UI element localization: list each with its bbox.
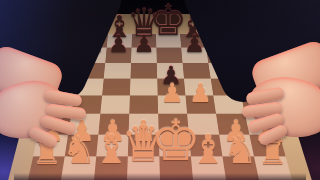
chess-photo-stage: ♜♞♝♛♚♝♞♜♟♟♟♟♟♟♟♟♟♟♟♟♟♟♟♟♜♞♝♛♚♝♞♜ bbox=[0, 0, 320, 180]
square-d6[interactable] bbox=[130, 62, 157, 78]
board-front-edge-shadow bbox=[14, 173, 306, 180]
piece-black-pawn-c7[interactable]: ♟ bbox=[108, 32, 130, 56]
piece-white-knight-g1[interactable]: ♞ bbox=[223, 131, 257, 169]
square-d5[interactable] bbox=[130, 78, 158, 95]
piece-white-pawn-f4[interactable]: ♟ bbox=[189, 80, 212, 106]
piece-white-pawn-e4[interactable]: ♟ bbox=[160, 80, 183, 106]
piece-white-knight-b1[interactable]: ♞ bbox=[62, 131, 96, 169]
piece-black-pawn-d7[interactable]: ♟ bbox=[133, 32, 155, 56]
square-c6[interactable] bbox=[104, 62, 131, 78]
square-c5[interactable] bbox=[102, 78, 130, 95]
square-f6[interactable] bbox=[183, 62, 211, 78]
piece-white-bishop-f1[interactable]: ♝ bbox=[190, 129, 226, 169]
square-c4[interactable] bbox=[100, 95, 130, 114]
